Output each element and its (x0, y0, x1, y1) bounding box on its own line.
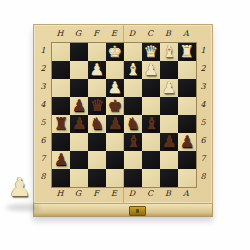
square-e5: ♟ (106, 115, 124, 133)
rank-label-7: 7 (196, 150, 210, 168)
square-h4 (52, 97, 70, 115)
rank-label-7: 7 (36, 150, 50, 168)
square-b3: ♟ (160, 79, 178, 97)
square-c3 (142, 79, 160, 97)
file-label-f: F (87, 27, 105, 41)
square-e7 (106, 151, 124, 169)
square-b5 (160, 115, 178, 133)
square-c5: ♝ (142, 115, 160, 133)
rank-label-1: 1 (36, 42, 50, 60)
square-d4 (124, 97, 142, 115)
board-grid: ♚♛♝♜♟♝♟♟♟♟♛♚♜♟♞♟♞♝♝♟♟♟ (51, 42, 197, 188)
black-bishop: ♝ (144, 115, 158, 133)
white-bishop: ♝ (126, 61, 140, 79)
rank-label-1: 1 (196, 42, 210, 60)
square-a5 (178, 115, 196, 133)
square-a3 (178, 79, 196, 97)
square-c4 (142, 97, 160, 115)
square-f1 (88, 43, 106, 61)
square-f3 (88, 79, 106, 97)
black-pawn: ♟ (72, 97, 86, 115)
square-a7 (178, 151, 196, 169)
square-d3 (124, 79, 142, 97)
black-knight: ♞ (126, 115, 140, 133)
black-queen: ♛ (90, 97, 104, 115)
square-e1: ♚ (106, 43, 124, 61)
square-e6 (106, 133, 124, 151)
square-g5: ♟ (70, 115, 88, 133)
black-pawn: ♟ (180, 133, 194, 151)
file-label-c: C (141, 27, 159, 41)
file-label-a: A (177, 27, 195, 41)
white-queen: ♛ (144, 43, 158, 61)
square-f8 (88, 169, 106, 187)
square-h7: ♟ (52, 151, 70, 169)
black-pawn: ♟ (108, 115, 122, 133)
square-d1 (124, 43, 142, 61)
square-c7 (142, 151, 160, 169)
file-label-d: D (123, 187, 141, 202)
file-label-f: F (87, 187, 105, 202)
black-knight: ♞ (90, 115, 104, 133)
square-e3: ♟ (106, 79, 124, 97)
black-pawn: ♟ (54, 151, 68, 169)
square-a6: ♟ (178, 133, 196, 151)
file-label-g: G (69, 27, 87, 41)
square-g3 (70, 79, 88, 97)
file-label-h: H (51, 187, 69, 202)
rank-label-3: 3 (196, 78, 210, 96)
fold-seam (123, 25, 124, 203)
square-d8 (124, 169, 142, 187)
white-pawn: ♟ (144, 61, 158, 79)
square-h8 (52, 169, 70, 187)
file-label-e: E (105, 187, 123, 202)
square-h1 (52, 43, 70, 61)
square-e2 (106, 61, 124, 79)
rank-label-5: 5 (196, 114, 210, 132)
square-a4 (178, 97, 196, 115)
square-g4: ♟ (70, 97, 88, 115)
rank-label-6: 6 (196, 132, 210, 150)
square-g8 (70, 169, 88, 187)
rank-label-4: 4 (36, 96, 50, 114)
white-pawn: ♟ (90, 61, 104, 79)
square-d6: ♝ (124, 133, 142, 151)
square-a1: ♜ (178, 43, 196, 61)
square-h5: ♜ (52, 115, 70, 133)
square-c6 (142, 133, 160, 151)
square-e8 (106, 169, 124, 187)
square-b2 (160, 61, 178, 79)
file-label-a: A (177, 187, 195, 202)
white-king: ♚ (108, 43, 122, 61)
file-label-d: D (123, 27, 141, 41)
file-label-g: G (69, 187, 87, 202)
square-h2 (52, 61, 70, 79)
black-pawn: ♟ (72, 115, 86, 133)
square-c8 (142, 169, 160, 187)
black-rook: ♜ (54, 115, 68, 133)
white-pawn: ♟ (108, 79, 122, 97)
square-g7 (70, 151, 88, 169)
file-label-c: C (141, 187, 159, 202)
square-g6 (70, 133, 88, 151)
file-label-h: H (51, 27, 69, 41)
square-b6: ♟ (160, 133, 178, 151)
rank-label-2: 2 (196, 60, 210, 78)
rank-label-2: 2 (36, 60, 50, 78)
square-c1: ♛ (142, 43, 160, 61)
square-f4: ♛ (88, 97, 106, 115)
square-e4: ♚ (106, 97, 124, 115)
square-f5: ♞ (88, 115, 106, 133)
black-king: ♚ (108, 97, 122, 115)
rank-label-4: 4 (196, 96, 210, 114)
square-a8 (178, 169, 196, 187)
rank-label-5: 5 (36, 114, 50, 132)
product-photo-scene: HGFEDCBA HGFEDCBA 12345678 12345678 ♚♛♝♜… (0, 0, 250, 250)
rank-label-3: 3 (36, 78, 50, 96)
square-g1 (70, 43, 88, 61)
chess-board: HGFEDCBA HGFEDCBA 12345678 12345678 ♚♛♝♜… (33, 24, 213, 204)
white-bishop: ♝ (162, 43, 176, 61)
rank-label-8: 8 (36, 168, 50, 186)
square-b4 (160, 97, 178, 115)
pawn-shadow (6, 204, 40, 211)
square-g2 (70, 61, 88, 79)
rank-labels-right: 12345678 (196, 42, 210, 188)
file-label-b: B (159, 187, 177, 202)
square-f7 (88, 151, 106, 169)
square-h3 (52, 79, 70, 97)
rank-labels-left: 12345678 (36, 42, 50, 188)
board-front-edge (33, 204, 213, 217)
square-f6 (88, 133, 106, 151)
file-label-b: B (159, 27, 177, 41)
square-d7 (124, 151, 142, 169)
square-d5: ♞ (124, 115, 142, 133)
brass-clasp-icon (129, 206, 146, 216)
rank-label-6: 6 (36, 132, 50, 150)
square-b1: ♝ (160, 43, 178, 61)
file-labels-top: HGFEDCBA (51, 27, 197, 41)
file-label-e: E (105, 27, 123, 41)
square-d2: ♝ (124, 61, 142, 79)
square-b7 (160, 151, 178, 169)
square-b8 (160, 169, 178, 187)
black-bishop: ♝ (126, 133, 140, 151)
file-labels-bottom: HGFEDCBA (51, 187, 197, 202)
black-pawn: ♟ (162, 133, 176, 151)
white-pawn: ♟ (162, 79, 176, 97)
square-c2: ♟ (142, 61, 160, 79)
white-rook: ♜ (180, 43, 194, 61)
square-f2: ♟ (88, 61, 106, 79)
square-a2 (178, 61, 196, 79)
off-board-white-pawn: ♟ (8, 172, 31, 202)
square-h6 (52, 133, 70, 151)
rank-label-8: 8 (196, 168, 210, 186)
